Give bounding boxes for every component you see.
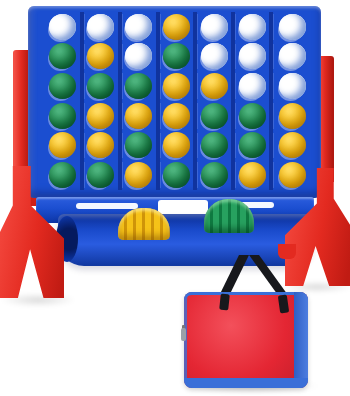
yellow-disc: [163, 14, 190, 40]
cell-r3c4[interactable]: [160, 71, 198, 101]
cell-r4c5[interactable]: [197, 101, 235, 131]
empty-hole: [201, 14, 228, 40]
green-disc: [125, 132, 152, 158]
green-disc: [49, 162, 76, 188]
green-disc: [239, 103, 266, 129]
carry-bag: [180, 250, 322, 392]
cell-r6c2[interactable]: [84, 160, 122, 190]
cell-r2c3[interactable]: [122, 42, 160, 72]
cell-r5c5[interactable]: [197, 131, 235, 161]
bag-trim-bottom: [184, 378, 308, 388]
cell-r2c6[interactable]: [235, 42, 273, 72]
cell-r4c4[interactable]: [160, 101, 198, 131]
cell-r3c6[interactable]: [235, 71, 273, 101]
green-disc: [87, 162, 114, 188]
yellow-disc: [163, 103, 190, 129]
cell-r2c1[interactable]: [46, 42, 84, 72]
green-disc: [49, 73, 76, 99]
green-disc: [87, 73, 114, 99]
yellow-disc: [279, 132, 306, 158]
cell-r4c3[interactable]: [122, 101, 160, 131]
green-disc: [239, 132, 266, 158]
green-disc: [201, 103, 228, 129]
yellow-disc: [201, 73, 228, 99]
empty-hole: [279, 14, 306, 40]
cell-r6c3[interactable]: [122, 160, 160, 190]
green-disc: [49, 43, 76, 69]
cell-r5c7[interactable]: [273, 131, 311, 161]
cell-r5c3[interactable]: [122, 131, 160, 161]
empty-hole: [239, 73, 266, 99]
cell-r6c5[interactable]: [197, 160, 235, 190]
empty-hole: [279, 73, 306, 99]
cell-r3c1[interactable]: [46, 71, 84, 101]
yellow-disc: [87, 132, 114, 158]
zipper-pull-icon: [181, 328, 186, 341]
cell-r5c6[interactable]: [235, 131, 273, 161]
cell-r1c4[interactable]: [160, 12, 198, 42]
release-slot-left: [76, 203, 138, 209]
cell-r6c4[interactable]: [160, 160, 198, 190]
empty-hole: [49, 14, 76, 40]
cell-r1c3[interactable]: [122, 12, 160, 42]
yellow-disc: [87, 43, 114, 69]
cell-r6c1[interactable]: [46, 160, 84, 190]
green-disc: [163, 162, 190, 188]
yellow-disc: [239, 162, 266, 188]
yellow-disc: [125, 162, 152, 188]
cell-r5c4[interactable]: [160, 131, 198, 161]
bag-trim-right: [294, 292, 308, 388]
empty-hole: [239, 43, 266, 69]
cell-r1c1[interactable]: [46, 12, 84, 42]
green-disc: [163, 43, 190, 69]
connect-four-board: [28, 6, 321, 198]
yellow-disc: [279, 103, 306, 129]
cell-r1c2[interactable]: [84, 12, 122, 42]
cell-r1c6[interactable]: [235, 12, 273, 42]
empty-hole: [239, 14, 266, 40]
cell-r4c1[interactable]: [46, 101, 84, 131]
bag-body: [184, 292, 308, 388]
cell-r1c7[interactable]: [273, 12, 311, 42]
empty-hole: [201, 43, 228, 69]
cell-r4c2[interactable]: [84, 101, 122, 131]
cell-r3c5[interactable]: [197, 71, 235, 101]
bag-strap-end-left: [219, 294, 230, 311]
cell-r5c2[interactable]: [84, 131, 122, 161]
empty-hole: [125, 14, 152, 40]
cell-r2c7[interactable]: [273, 42, 311, 72]
cell-r2c2[interactable]: [84, 42, 122, 72]
green-disc: [49, 103, 76, 129]
cell-r6c7[interactable]: [273, 160, 311, 190]
green-disc: [201, 162, 228, 188]
cell-r2c5[interactable]: [197, 42, 235, 72]
empty-hole: [279, 43, 306, 69]
cell-r1c5[interactable]: [197, 12, 235, 42]
cell-r2c4[interactable]: [160, 42, 198, 72]
green-disc: [125, 73, 152, 99]
product-photo: [0, 0, 350, 396]
yellow-disc: [279, 162, 306, 188]
yellow-disc: [49, 132, 76, 158]
yellow-disc: [87, 103, 114, 129]
cell-r4c6[interactable]: [235, 101, 273, 131]
yellow-disc: [163, 73, 190, 99]
cell-r6c6[interactable]: [235, 160, 273, 190]
empty-hole: [125, 43, 152, 69]
yellow-disc: [125, 103, 152, 129]
cell-r4c7[interactable]: [273, 101, 311, 131]
cell-r5c1[interactable]: [46, 131, 84, 161]
empty-hole: [87, 14, 114, 40]
yellow-disc: [163, 132, 190, 158]
board-grid: [46, 12, 311, 190]
cell-r3c7[interactable]: [273, 71, 311, 101]
cell-r3c2[interactable]: [84, 71, 122, 101]
green-disc: [201, 132, 228, 158]
cell-r3c3[interactable]: [122, 71, 160, 101]
